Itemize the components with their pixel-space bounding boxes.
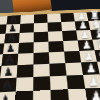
board-square [33,64,50,77]
board-square: ♛ [92,39,100,50]
board-square [49,63,66,76]
board-square: ♟ [2,54,19,66]
white-queen-piece: ♛ [94,37,100,51]
board-square [64,51,81,63]
white-bishop-piece: ♝ [92,27,100,40]
board-square [50,76,68,90]
board-square [17,65,34,78]
chess-board: ♜♟♟♜♞♟♟♞♝♟♟♝♛♟♟♛♚♟♟♚♝♟♟♝♞♟♟♞♜♟♟♜ [0,9,100,100]
board-square: ♝ [90,29,100,39]
white-king-piece: ♚ [96,48,100,62]
board-square: ♟ [7,15,21,24]
board-square: ♟ [0,92,16,100]
board-square: ♟ [83,74,100,88]
board-square: ♚ [95,50,100,62]
board-square [33,76,50,90]
board-square: ♟ [85,88,100,100]
board-square [49,52,65,64]
board-square [63,40,79,51]
white-pawn-piece: ♟ [87,90,100,100]
board-square [48,41,64,52]
board-square [50,89,69,100]
board-square: ♟ [3,43,19,54]
board-square: ♟ [0,65,17,78]
board-square [16,77,34,91]
chess-photo-scene: ♜♟♟♜♞♟♟♞♝♟♟♝♛♟♟♛♚♟♟♚♝♟♟♝♞♟♟♞♜♟♟♜ [0,0,100,100]
board-square [65,62,83,75]
board-square [33,90,51,100]
white-rook-piece: ♜ [88,9,100,21]
black-pawn-piece: ♟ [0,94,15,100]
board-square [66,75,85,89]
white-pawn-piece: ♟ [85,76,100,89]
board-perspective-wrapper: ♜♟♟♜♞♟♟♞♝♟♟♝♛♟♟♛♚♟♟♚♝♟♟♝♞♟♟♞♜♟♟♜ [0,9,100,100]
board-square: ♟ [0,78,17,92]
board-square [18,42,33,53]
board-square [33,52,49,64]
black-pawn-piece: ♟ [0,80,16,93]
board-square [15,91,33,100]
board-square: ♞ [88,20,100,30]
board-square [34,42,49,53]
board-square [18,53,34,65]
white-bishop-piece: ♝ [99,60,100,75]
